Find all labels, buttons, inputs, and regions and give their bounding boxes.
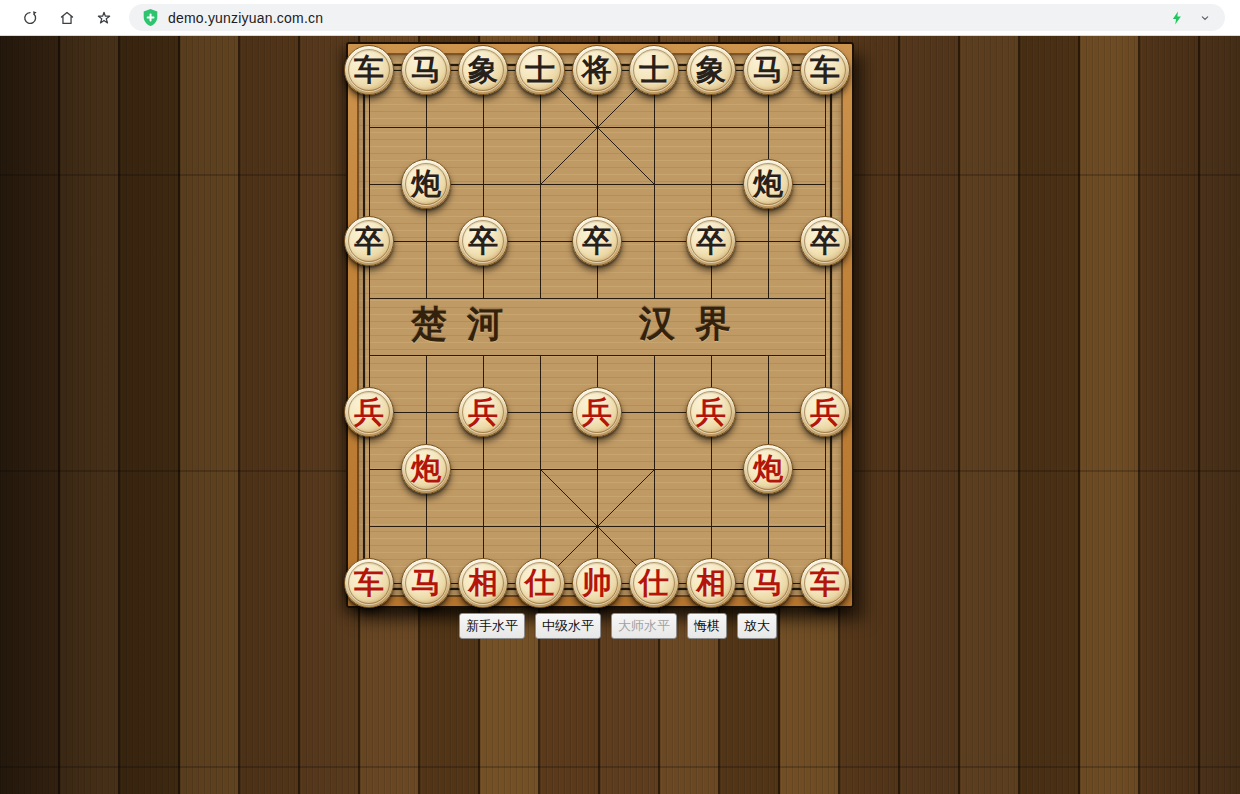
page-background: 楚河 汉界 车马象士将士象马车炮炮卒卒卒卒卒兵兵兵兵兵炮炮车马相仕帅仕相马车 新… xyxy=(0,36,1240,794)
piece-char: 帅 xyxy=(582,568,612,598)
piece-red-cannon[interactable]: 炮 xyxy=(401,444,451,494)
zoom-in-button[interactable]: 放大 xyxy=(737,613,777,639)
piece-char: 卒 xyxy=(354,226,384,256)
piece-char: 炮 xyxy=(411,169,441,199)
piece-red-soldier[interactable]: 兵 xyxy=(344,387,394,437)
piece-char: 车 xyxy=(810,568,840,598)
piece-char: 兵 xyxy=(696,397,726,427)
piece-red-horse[interactable]: 马 xyxy=(743,558,793,608)
piece-char: 兵 xyxy=(354,397,384,427)
level-novice-button[interactable]: 新手水平 xyxy=(459,613,525,639)
piece-black-chariot[interactable]: 车 xyxy=(344,45,394,95)
piece-black-cannon[interactable]: 炮 xyxy=(401,159,451,209)
piece-red-general[interactable]: 帅 xyxy=(572,558,622,608)
piece-black-soldier[interactable]: 卒 xyxy=(344,216,394,266)
piece-char: 仕 xyxy=(525,568,555,598)
piece-char: 卒 xyxy=(468,226,498,256)
piece-char: 炮 xyxy=(753,454,783,484)
home-icon[interactable] xyxy=(58,9,76,27)
piece-red-soldier[interactable]: 兵 xyxy=(800,387,850,437)
address-bar[interactable]: demo.yunziyuan.com.cn xyxy=(129,4,1225,31)
piece-char: 车 xyxy=(810,55,840,85)
piece-char: 相 xyxy=(696,568,726,598)
piece-red-soldier[interactable]: 兵 xyxy=(572,387,622,437)
piece-char: 炮 xyxy=(411,454,441,484)
piece-char: 将 xyxy=(582,55,612,85)
piece-red-chariot[interactable]: 车 xyxy=(800,558,850,608)
piece-char: 卒 xyxy=(810,226,840,256)
xiangqi-board[interactable]: 楚河 汉界 车马象士将士象马车炮炮卒卒卒卒卒兵兵兵兵兵炮炮车马相仕帅仕相马车 xyxy=(346,42,854,608)
piece-red-advisor[interactable]: 仕 xyxy=(515,558,565,608)
piece-char: 兵 xyxy=(810,397,840,427)
url-text: demo.yunziyuan.com.cn xyxy=(168,10,323,26)
piece-char: 卒 xyxy=(582,226,612,256)
piece-black-general[interactable]: 将 xyxy=(572,45,622,95)
chevron-down-icon[interactable] xyxy=(1195,8,1215,28)
piece-red-advisor[interactable]: 仕 xyxy=(629,558,679,608)
piece-red-soldier[interactable]: 兵 xyxy=(458,387,508,437)
piece-red-elephant[interactable]: 相 xyxy=(458,558,508,608)
piece-black-chariot[interactable]: 车 xyxy=(800,45,850,95)
piece-red-elephant[interactable]: 相 xyxy=(686,558,736,608)
piece-char: 马 xyxy=(411,55,441,85)
refresh-icon[interactable] xyxy=(21,9,39,27)
piece-char: 车 xyxy=(354,55,384,85)
undo-button[interactable]: 悔棋 xyxy=(687,613,727,639)
piece-red-horse[interactable]: 马 xyxy=(401,558,451,608)
level-master-button[interactable]: 大师水平 xyxy=(611,613,677,639)
piece-char: 士 xyxy=(639,55,669,85)
piece-char: 兵 xyxy=(582,397,612,427)
piece-char: 象 xyxy=(468,55,498,85)
piece-black-horse[interactable]: 马 xyxy=(401,45,451,95)
piece-black-elephant[interactable]: 象 xyxy=(458,45,508,95)
piece-black-soldier[interactable]: 卒 xyxy=(458,216,508,266)
piece-char: 马 xyxy=(753,568,783,598)
toolbar-icons xyxy=(0,9,113,27)
piece-char: 炮 xyxy=(753,169,783,199)
piece-red-soldier[interactable]: 兵 xyxy=(686,387,736,437)
pieces-grid: 车马象士将士象马车炮炮卒卒卒卒卒兵兵兵兵兵炮炮车马相仕帅仕相马车 xyxy=(341,42,854,612)
piece-char: 马 xyxy=(411,568,441,598)
browser-toolbar: demo.yunziyuan.com.cn xyxy=(0,0,1240,36)
piece-black-horse[interactable]: 马 xyxy=(743,45,793,95)
piece-black-cannon[interactable]: 炮 xyxy=(743,159,793,209)
game-controls: 新手水平中级水平大师水平悔棋放大 xyxy=(459,613,777,639)
piece-char: 马 xyxy=(753,55,783,85)
piece-black-soldier[interactable]: 卒 xyxy=(800,216,850,266)
piece-char: 象 xyxy=(696,55,726,85)
piece-char: 士 xyxy=(525,55,555,85)
piece-red-chariot[interactable]: 车 xyxy=(344,558,394,608)
piece-black-soldier[interactable]: 卒 xyxy=(686,216,736,266)
piece-char: 兵 xyxy=(468,397,498,427)
piece-char: 车 xyxy=(354,568,384,598)
level-intermediate-button[interactable]: 中级水平 xyxy=(535,613,601,639)
site-shield-icon[interactable] xyxy=(142,8,159,27)
piece-red-cannon[interactable]: 炮 xyxy=(743,444,793,494)
lightning-bolt-icon[interactable] xyxy=(1167,8,1187,28)
piece-black-advisor[interactable]: 士 xyxy=(515,45,565,95)
piece-char: 相 xyxy=(468,568,498,598)
bookmark-star-icon[interactable] xyxy=(95,9,113,27)
piece-char: 仕 xyxy=(639,568,669,598)
piece-black-elephant[interactable]: 象 xyxy=(686,45,736,95)
piece-black-soldier[interactable]: 卒 xyxy=(572,216,622,266)
piece-char: 卒 xyxy=(696,226,726,256)
piece-black-advisor[interactable]: 士 xyxy=(629,45,679,95)
